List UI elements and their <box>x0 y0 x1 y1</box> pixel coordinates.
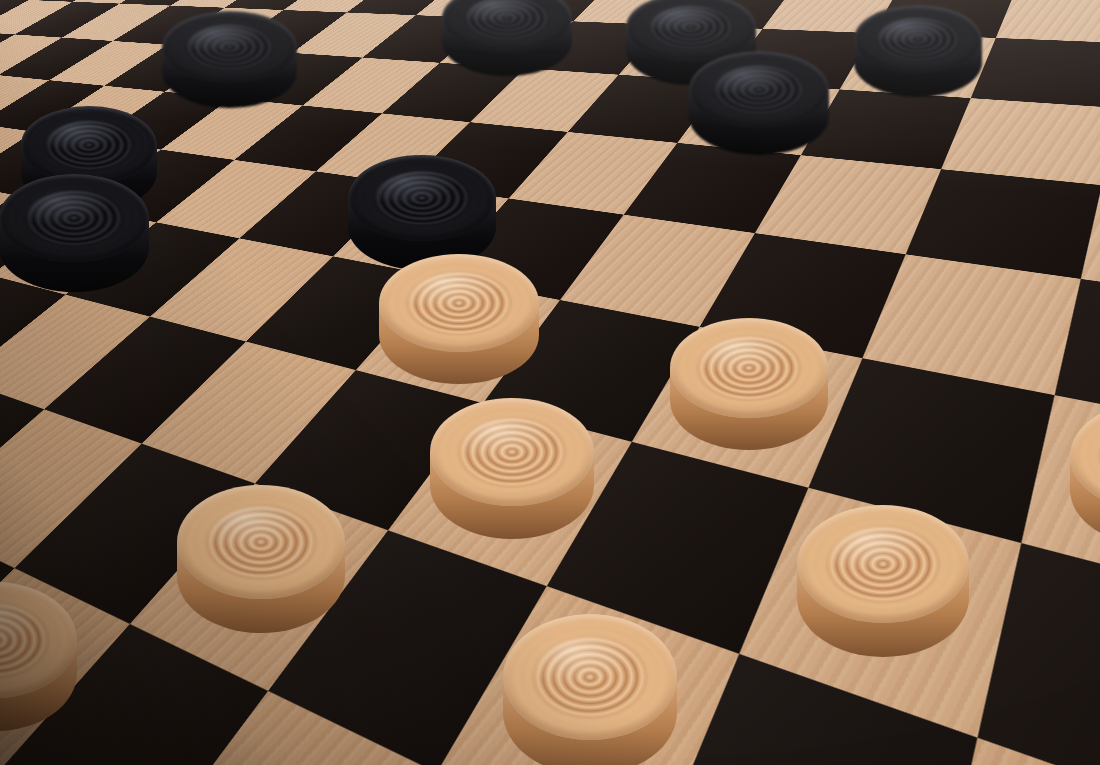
checkers-photo <box>0 0 1100 765</box>
piece-top-face <box>177 485 345 599</box>
piece-top-face <box>797 505 969 624</box>
piece-top-face <box>430 398 594 505</box>
piece-top-face <box>854 5 982 73</box>
piece-top-face <box>0 174 149 263</box>
piece-top-face <box>689 51 829 128</box>
pieces-layer <box>0 0 1100 765</box>
piece-top-face <box>21 106 157 184</box>
piece-top-face <box>503 614 677 739</box>
piece-top-face <box>348 155 496 242</box>
piece-top-face <box>379 254 539 352</box>
piece-top-face <box>162 11 297 84</box>
piece-top-face <box>670 318 828 418</box>
